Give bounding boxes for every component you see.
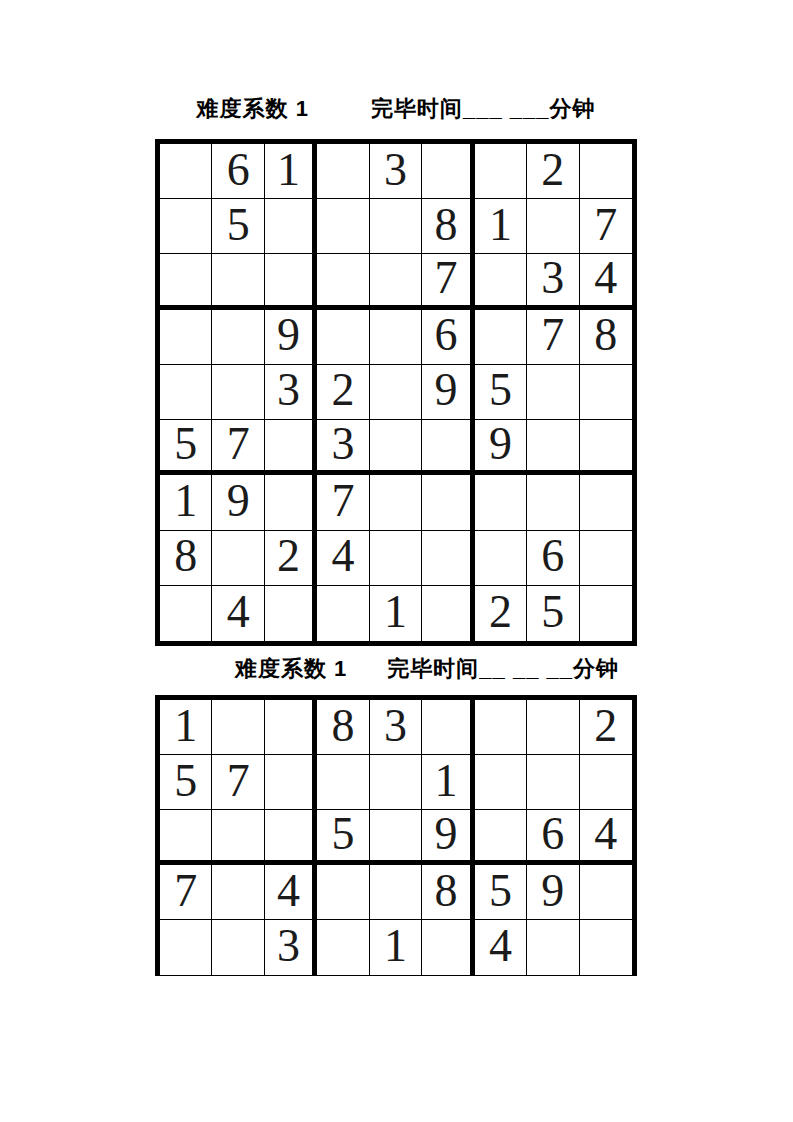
document-page: 难度系数 1 完毕时间___ ___分钟 6132581773496783295… — [0, 0, 793, 1122]
puzzle-1-cell-r8c7[interactable] — [475, 531, 527, 586]
puzzle-1-cell-r2c1[interactable] — [160, 199, 212, 254]
puzzle-2-cell-r2c1: 5 — [160, 755, 212, 810]
puzzle-2-cell-r4c1: 7 — [160, 865, 212, 920]
puzzle-2-cell-r4c2[interactable] — [212, 865, 264, 920]
puzzle-1-cell-r7c8[interactable] — [527, 475, 579, 530]
puzzle-1-cell-r3c1[interactable] — [160, 254, 212, 309]
puzzle-1-cell-r4c3: 9 — [265, 310, 317, 365]
puzzle-2-cell-r1c7[interactable] — [475, 700, 527, 755]
puzzle-1-cell-r5c1[interactable] — [160, 365, 212, 420]
puzzle-2-cell-r2c7[interactable] — [475, 755, 527, 810]
puzzle-1-cell-r1c9[interactable] — [580, 144, 632, 199]
puzzle-1-cell-r6c5[interactable] — [370, 420, 422, 475]
puzzle-1-cell-r8c6[interactable] — [422, 531, 474, 586]
puzzle-1-cell-r7c7[interactable] — [475, 475, 527, 530]
puzzle-1-cell-r4c7[interactable] — [475, 310, 527, 365]
puzzle-2-cell-r5c8[interactable] — [527, 920, 579, 975]
puzzle-1-cell-r7c1: 1 — [160, 475, 212, 530]
puzzle-1-cell-r9c9[interactable] — [580, 586, 632, 641]
puzzle-1-cell-r9c5: 1 — [370, 586, 422, 641]
puzzle-1-cell-r4c5[interactable] — [370, 310, 422, 365]
puzzle-2-cell-r4c6: 8 — [422, 865, 474, 920]
puzzle-1-cell-r4c4[interactable] — [317, 310, 369, 365]
puzzle-2-cell-r5c4[interactable] — [317, 920, 369, 975]
puzzle-2-cell-r4c9[interactable] — [580, 865, 632, 920]
puzzle-1-cell-r5c4: 2 — [317, 365, 369, 420]
puzzle-1-cell-r1c2: 6 — [212, 144, 264, 199]
puzzle1-difficulty-label: 难度系数 1 — [197, 95, 309, 123]
puzzle-2-cell-r4c8: 9 — [527, 865, 579, 920]
puzzle-1-cell-r2c2: 5 — [212, 199, 264, 254]
puzzle-2-cell-r1c5: 3 — [370, 700, 422, 755]
puzzle-2-cell-r2c5[interactable] — [370, 755, 422, 810]
puzzle2-header: 难度系数 1 完毕时间__ __ __分钟 — [186, 655, 668, 683]
puzzle-2-cell-r2c2: 7 — [212, 755, 264, 810]
puzzle-1-cell-r3c6: 7 — [422, 254, 474, 309]
puzzle-1-cell-r8c2[interactable] — [212, 531, 264, 586]
puzzle-2-cell-r5c1[interactable] — [160, 920, 212, 975]
puzzle-1-cell-r2c9: 7 — [580, 199, 632, 254]
puzzle-1-cell-r8c8: 6 — [527, 531, 579, 586]
puzzle-1-cell-r4c9: 8 — [580, 310, 632, 365]
puzzle-1-cell-r3c4[interactable] — [317, 254, 369, 309]
puzzle-2-cell-r3c2[interactable] — [212, 810, 264, 865]
puzzle-2-cell-r1c1: 1 — [160, 700, 212, 755]
puzzle-2-cell-r2c9[interactable] — [580, 755, 632, 810]
puzzle2-difficulty-label: 难度系数 1 — [235, 655, 347, 683]
puzzle-2-cell-r3c9: 4 — [580, 810, 632, 865]
puzzle-1-cell-r2c5[interactable] — [370, 199, 422, 254]
puzzle-2-cell-r3c3[interactable] — [265, 810, 317, 865]
puzzle-2-cell-r3c4: 5 — [317, 810, 369, 865]
puzzle-1-cell-r1c7[interactable] — [475, 144, 527, 199]
puzzle-2-cell-r1c6[interactable] — [422, 700, 474, 755]
puzzle-1-cell-r5c8[interactable] — [527, 365, 579, 420]
puzzle-1-cell-r8c5[interactable] — [370, 531, 422, 586]
puzzle-1-cell-r9c1[interactable] — [160, 586, 212, 641]
puzzle-2-cell-r3c1[interactable] — [160, 810, 212, 865]
puzzle-2-cell-r4c3: 4 — [265, 865, 317, 920]
puzzle-2-cell-r3c6: 9 — [422, 810, 474, 865]
puzzle-1-cell-r5c2[interactable] — [212, 365, 264, 420]
puzzle-2-cell-r1c3[interactable] — [265, 700, 317, 755]
puzzle-1-cell-r4c8: 7 — [527, 310, 579, 365]
puzzle1-header: 难度系数 1 完毕时间___ ___分钟 — [155, 95, 637, 123]
puzzle-1-cell-r7c4: 7 — [317, 475, 369, 530]
puzzle-1-cell-r9c4[interactable] — [317, 586, 369, 641]
puzzle-1-cell-r6c6[interactable] — [422, 420, 474, 475]
puzzle-1-cell-r4c2[interactable] — [212, 310, 264, 365]
puzzle-1-cell-r7c9[interactable] — [580, 475, 632, 530]
puzzle-1-cell-r3c5[interactable] — [370, 254, 422, 309]
sudoku-board-2: 1832571596474859314 — [155, 695, 637, 976]
puzzle-2-cell-r1c4: 8 — [317, 700, 369, 755]
puzzle-1-cell-r4c6: 6 — [422, 310, 474, 365]
puzzle-1-cell-r2c7: 1 — [475, 199, 527, 254]
puzzle-1-cell-r9c8: 5 — [527, 586, 579, 641]
puzzle-1-cell-r7c2: 9 — [212, 475, 264, 530]
sudoku-board-1: 6132581773496783295573919782464125 — [155, 139, 637, 646]
puzzle-1-cell-r1c4[interactable] — [317, 144, 369, 199]
puzzle-1-cell-r6c1: 5 — [160, 420, 212, 475]
puzzle-1-cell-r3c9: 4 — [580, 254, 632, 309]
puzzle-2-cell-r4c7: 5 — [475, 865, 527, 920]
puzzle-1-cell-r9c3[interactable] — [265, 586, 317, 641]
puzzle-2-cell-r5c6[interactable] — [422, 920, 474, 975]
puzzle-1-cell-r2c3[interactable] — [265, 199, 317, 254]
puzzle-2-cell-r4c4[interactable] — [317, 865, 369, 920]
puzzle-1-cell-r5c9[interactable] — [580, 365, 632, 420]
puzzle-1-cell-r4c1[interactable] — [160, 310, 212, 365]
puzzle-1-cell-r1c5: 3 — [370, 144, 422, 199]
puzzle-1-cell-r8c4: 4 — [317, 531, 369, 586]
puzzle-2-cell-r3c7[interactable] — [475, 810, 527, 865]
puzzle-1-cell-r6c2: 7 — [212, 420, 264, 475]
puzzle-1-cell-r3c8: 3 — [527, 254, 579, 309]
puzzle-2-cell-r2c4[interactable] — [317, 755, 369, 810]
puzzle-1-cell-r8c9[interactable] — [580, 531, 632, 586]
puzzle-1-cell-r9c6[interactable] — [422, 586, 474, 641]
puzzle-1-cell-r9c7: 2 — [475, 586, 527, 641]
puzzle-2-cell-r5c7: 4 — [475, 920, 527, 975]
puzzle-2-cell-r1c9: 2 — [580, 700, 632, 755]
puzzle-1-cell-r3c7[interactable] — [475, 254, 527, 309]
puzzle-2-cell-r4c5[interactable] — [370, 865, 422, 920]
puzzle-2-cell-r3c5[interactable] — [370, 810, 422, 865]
puzzle-2-cell-r2c3[interactable] — [265, 755, 317, 810]
puzzle-1-cell-r5c7: 5 — [475, 365, 527, 420]
puzzle-1-cell-r1c8: 2 — [527, 144, 579, 199]
puzzle-1-cell-r2c4[interactable] — [317, 199, 369, 254]
puzzle-1-cell-r8c1: 8 — [160, 531, 212, 586]
puzzle-1-cell-r2c6: 8 — [422, 199, 474, 254]
puzzle-2-cell-r5c3: 3 — [265, 920, 317, 975]
puzzle-1-cell-r2c8[interactable] — [527, 199, 579, 254]
puzzle1-time-label: 完毕时间___ ___分钟 — [371, 95, 596, 123]
puzzle-2-cell-r1c2[interactable] — [212, 700, 264, 755]
puzzle-1-cell-r1c3: 1 — [265, 144, 317, 199]
puzzle-1-cell-r5c5[interactable] — [370, 365, 422, 420]
puzzle-2-cell-r1c8[interactable] — [527, 700, 579, 755]
puzzle-1-cell-r7c3[interactable] — [265, 475, 317, 530]
puzzle-2-cell-r3c8: 6 — [527, 810, 579, 865]
puzzle-1-cell-r1c6[interactable] — [422, 144, 474, 199]
puzzle-1-cell-r7c6[interactable] — [422, 475, 474, 530]
puzzle-2-cell-r2c8[interactable] — [527, 755, 579, 810]
puzzle-2-cell-r5c2[interactable] — [212, 920, 264, 975]
puzzle-1-cell-r6c7: 9 — [475, 420, 527, 475]
puzzle-1-cell-r6c4: 3 — [317, 420, 369, 475]
puzzle-1-cell-r6c3[interactable] — [265, 420, 317, 475]
puzzle-1-cell-r3c2[interactable] — [212, 254, 264, 309]
puzzle-2-cell-r5c5: 1 — [370, 920, 422, 975]
puzzle-1-cell-r5c3: 3 — [265, 365, 317, 420]
puzzle-2-cell-r5c9[interactable] — [580, 920, 632, 975]
puzzle-1-cell-r6c8[interactable] — [527, 420, 579, 475]
puzzle-1-cell-r6c9[interactable] — [580, 420, 632, 475]
puzzle-1-cell-r3c3[interactable] — [265, 254, 317, 309]
puzzle2-time-label: 完毕时间__ __ __分钟 — [387, 655, 619, 683]
puzzle-1-cell-r8c3: 2 — [265, 531, 317, 586]
puzzle-2-cell-r2c6: 1 — [422, 755, 474, 810]
puzzle-1-cell-r1c1[interactable] — [160, 144, 212, 199]
puzzle-1-cell-r9c2: 4 — [212, 586, 264, 641]
puzzle-1-cell-r5c6: 9 — [422, 365, 474, 420]
puzzle-1-cell-r7c5[interactable] — [370, 475, 422, 530]
